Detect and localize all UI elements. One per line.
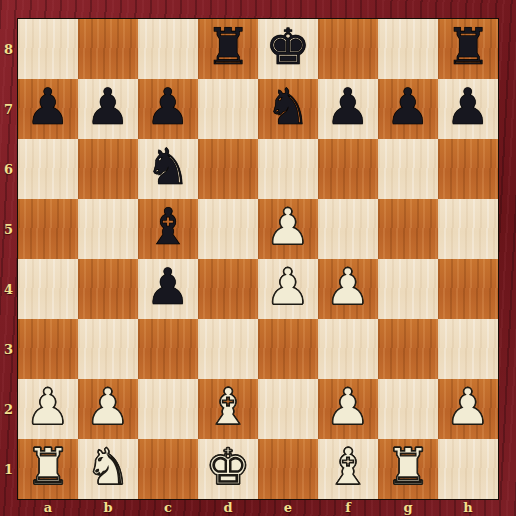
board-squares: ♜♚♜♟♟♟♞♟♟♟♞♝♟♟♟♟♟♟♝♟♟♜♞♚♝♜	[18, 19, 498, 499]
square-b7[interactable]: ♟	[78, 79, 138, 139]
square-d3[interactable]	[198, 319, 258, 379]
file-labels: abcdefgh	[18, 499, 498, 516]
piece-black-knight-e7: ♞	[266, 82, 311, 132]
square-g3[interactable]	[378, 319, 438, 379]
square-f6[interactable]	[318, 139, 378, 199]
square-f2[interactable]: ♟	[318, 379, 378, 439]
piece-white-pawn-a2: ♟	[26, 382, 71, 432]
piece-white-bishop-d2: ♝	[206, 382, 251, 432]
square-b3[interactable]	[78, 319, 138, 379]
square-f1[interactable]: ♝	[318, 439, 378, 499]
square-c8[interactable]	[138, 19, 198, 79]
piece-black-pawn-c7: ♟	[146, 82, 191, 132]
square-f3[interactable]	[318, 319, 378, 379]
square-b4[interactable]	[78, 259, 138, 319]
square-a7[interactable]: ♟	[18, 79, 78, 139]
file-label-f: f	[318, 499, 378, 516]
square-h3[interactable]	[438, 319, 498, 379]
square-b5[interactable]	[78, 199, 138, 259]
square-g1[interactable]: ♜	[378, 439, 438, 499]
file-label-d: d	[198, 499, 258, 516]
square-e8[interactable]: ♚	[258, 19, 318, 79]
square-b1[interactable]: ♞	[78, 439, 138, 499]
square-e5[interactable]: ♟	[258, 199, 318, 259]
square-e6[interactable]	[258, 139, 318, 199]
square-h7[interactable]: ♟	[438, 79, 498, 139]
square-g4[interactable]	[378, 259, 438, 319]
square-d7[interactable]	[198, 79, 258, 139]
piece-white-king-d1: ♚	[206, 442, 251, 492]
square-a3[interactable]	[18, 319, 78, 379]
square-d5[interactable]	[198, 199, 258, 259]
square-g2[interactable]	[378, 379, 438, 439]
piece-white-pawn-b2: ♟	[86, 382, 131, 432]
square-b2[interactable]: ♟	[78, 379, 138, 439]
file-label-e: e	[258, 499, 318, 516]
square-e3[interactable]	[258, 319, 318, 379]
square-g5[interactable]	[378, 199, 438, 259]
chess-board-frame: 87654321 ♜♚♜♟♟♟♞♟♟♟♞♝♟♟♟♟♟♟♝♟♟♜♞♚♝♜ abcd…	[0, 0, 516, 516]
piece-white-pawn-f4: ♟	[326, 262, 371, 312]
piece-black-pawn-a7: ♟	[26, 82, 71, 132]
file-label-g: g	[378, 499, 438, 516]
piece-black-pawn-f7: ♟	[326, 82, 371, 132]
piece-black-king-e8: ♚	[266, 22, 311, 72]
piece-white-pawn-h2: ♟	[446, 382, 491, 432]
file-label-c: c	[138, 499, 198, 516]
square-e1[interactable]	[258, 439, 318, 499]
rank-label-8: 8	[0, 19, 17, 79]
rank-label-3: 3	[0, 319, 17, 379]
piece-white-rook-a1: ♜	[26, 442, 71, 492]
square-d2[interactable]: ♝	[198, 379, 258, 439]
square-c1[interactable]	[138, 439, 198, 499]
square-g8[interactable]	[378, 19, 438, 79]
square-h8[interactable]: ♜	[438, 19, 498, 79]
piece-black-pawn-c4: ♟	[146, 262, 191, 312]
piece-black-bishop-c5: ♝	[146, 202, 191, 252]
square-d8[interactable]: ♜	[198, 19, 258, 79]
piece-black-pawn-g7: ♟	[386, 82, 431, 132]
square-b8[interactable]	[78, 19, 138, 79]
square-f4[interactable]: ♟	[318, 259, 378, 319]
rank-label-4: 4	[0, 259, 17, 319]
piece-black-rook-h8: ♜	[446, 22, 491, 72]
piece-white-rook-g1: ♜	[386, 442, 431, 492]
square-f7[interactable]: ♟	[318, 79, 378, 139]
piece-white-knight-b1: ♞	[86, 442, 131, 492]
rank-labels: 87654321	[0, 19, 17, 499]
square-e2[interactable]	[258, 379, 318, 439]
rank-label-7: 7	[0, 79, 17, 139]
file-label-h: h	[438, 499, 498, 516]
square-a6[interactable]	[18, 139, 78, 199]
square-h5[interactable]	[438, 199, 498, 259]
square-d1[interactable]: ♚	[198, 439, 258, 499]
square-g6[interactable]	[378, 139, 438, 199]
chess-board: ♜♚♜♟♟♟♞♟♟♟♞♝♟♟♟♟♟♟♝♟♟♜♞♚♝♜	[17, 18, 499, 500]
square-c6[interactable]: ♞	[138, 139, 198, 199]
piece-black-rook-d8: ♜	[206, 22, 251, 72]
square-f5[interactable]	[318, 199, 378, 259]
square-e4[interactable]: ♟	[258, 259, 318, 319]
square-b6[interactable]	[78, 139, 138, 199]
square-a8[interactable]	[18, 19, 78, 79]
file-label-a: a	[18, 499, 78, 516]
file-label-b: b	[78, 499, 138, 516]
square-c5[interactable]: ♝	[138, 199, 198, 259]
piece-white-pawn-f2: ♟	[326, 382, 371, 432]
square-h2[interactable]: ♟	[438, 379, 498, 439]
square-c4[interactable]: ♟	[138, 259, 198, 319]
square-d6[interactable]	[198, 139, 258, 199]
piece-black-knight-c6: ♞	[146, 142, 191, 192]
square-h6[interactable]	[438, 139, 498, 199]
rank-label-1: 1	[0, 439, 17, 499]
piece-white-bishop-f1: ♝	[326, 442, 371, 492]
square-f8[interactable]	[318, 19, 378, 79]
square-a5[interactable]	[18, 199, 78, 259]
rank-label-2: 2	[0, 379, 17, 439]
square-g7[interactable]: ♟	[378, 79, 438, 139]
rank-label-6: 6	[0, 139, 17, 199]
square-e7[interactable]: ♞	[258, 79, 318, 139]
square-a2[interactable]: ♟	[18, 379, 78, 439]
piece-white-pawn-e5: ♟	[266, 202, 311, 252]
square-c3[interactable]	[138, 319, 198, 379]
piece-black-pawn-h7: ♟	[446, 82, 491, 132]
rank-label-5: 5	[0, 199, 17, 259]
piece-white-pawn-e4: ♟	[266, 262, 311, 312]
square-h1[interactable]	[438, 439, 498, 499]
square-a4[interactable]	[18, 259, 78, 319]
square-h4[interactable]	[438, 259, 498, 319]
piece-black-pawn-b7: ♟	[86, 82, 131, 132]
square-a1[interactable]: ♜	[18, 439, 78, 499]
square-d4[interactable]	[198, 259, 258, 319]
square-c7[interactable]: ♟	[138, 79, 198, 139]
square-c2[interactable]	[138, 379, 198, 439]
